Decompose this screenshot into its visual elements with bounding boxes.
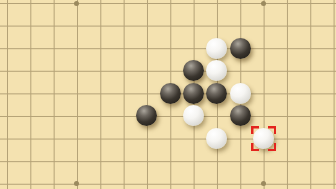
- intersection-e4[interactable]: [89, 172, 112, 189]
- intersection-c5[interactable]: [42, 150, 65, 173]
- intersection-h10[interactable]: [159, 37, 182, 60]
- intersection-o11[interactable]: [322, 14, 336, 37]
- intersection-e6[interactable]: [89, 127, 112, 150]
- intersection-o12[interactable]: [322, 0, 336, 14]
- intersection-j7[interactable]: [205, 105, 228, 128]
- intersection-m7[interactable]: [275, 105, 298, 128]
- intersection-d7[interactable]: [65, 105, 88, 128]
- white-stone-j10: [206, 38, 227, 59]
- intersection-e11[interactable]: [89, 14, 112, 37]
- intersection-b9[interactable]: [19, 59, 42, 82]
- intersection-a6[interactable]: [0, 127, 19, 150]
- intersection-h9[interactable]: [159, 59, 182, 82]
- intersection-k5[interactable]: [229, 150, 252, 173]
- intersection-l6[interactable]: [252, 127, 275, 150]
- intersection-j12[interactable]: [205, 0, 228, 14]
- intersection-j4[interactable]: [205, 172, 228, 189]
- white-stone-j6: [206, 128, 227, 149]
- intersection-l7[interactable]: [252, 105, 275, 128]
- intersection-f11[interactable]: [112, 14, 135, 37]
- black-stone-i9: [183, 60, 204, 81]
- intersection-n5[interactable]: [299, 150, 322, 173]
- intersection-j6[interactable]: [205, 127, 228, 150]
- intersection-d4[interactable]: [65, 172, 88, 189]
- intersection-g10[interactable]: [135, 37, 158, 60]
- board-grid: [0, 0, 336, 189]
- intersection-a12[interactable]: [0, 0, 19, 14]
- intersection-g11[interactable]: [135, 14, 158, 37]
- star-point: [74, 181, 79, 186]
- intersection-e10[interactable]: [89, 37, 112, 60]
- intersection-g6[interactable]: [135, 127, 158, 150]
- white-stone-k8: [230, 83, 251, 104]
- intersection-b8[interactable]: [19, 82, 42, 105]
- intersection-m6[interactable]: [275, 127, 298, 150]
- intersection-i7[interactable]: [182, 105, 205, 128]
- intersection-j10[interactable]: [205, 37, 228, 60]
- intersection-f9[interactable]: [112, 59, 135, 82]
- intersection-k11[interactable]: [229, 14, 252, 37]
- intersection-m12[interactable]: [275, 0, 298, 14]
- intersection-n10[interactable]: [299, 37, 322, 60]
- intersection-f7[interactable]: [112, 105, 135, 128]
- intersection-e9[interactable]: [89, 59, 112, 82]
- intersection-i8[interactable]: [182, 82, 205, 105]
- intersection-c12[interactable]: [42, 0, 65, 14]
- last-move-marker: [251, 126, 276, 151]
- black-stone-k10: [230, 38, 251, 59]
- intersection-b6[interactable]: [19, 127, 42, 150]
- intersection-m9[interactable]: [275, 59, 298, 82]
- intersection-h12[interactable]: [159, 0, 182, 14]
- intersection-b12[interactable]: [19, 0, 42, 14]
- intersection-e5[interactable]: [89, 150, 112, 173]
- intersection-g9[interactable]: [135, 59, 158, 82]
- intersection-g4[interactable]: [135, 172, 158, 189]
- intersection-a4[interactable]: [0, 172, 19, 189]
- white-stone-i7: [183, 105, 204, 126]
- intersection-e7[interactable]: [89, 105, 112, 128]
- intersection-n8[interactable]: [299, 82, 322, 105]
- intersection-f12[interactable]: [112, 0, 135, 14]
- intersection-f8[interactable]: [112, 82, 135, 105]
- intersection-a9[interactable]: [0, 59, 19, 82]
- intersection-m5[interactable]: [275, 150, 298, 173]
- black-stone-g7: [136, 105, 157, 126]
- intersection-d10[interactable]: [65, 37, 88, 60]
- intersection-h7[interactable]: [159, 105, 182, 128]
- intersection-d9[interactable]: [65, 59, 88, 82]
- black-stone-j8: [206, 83, 227, 104]
- intersection-h6[interactable]: [159, 127, 182, 150]
- intersection-a10[interactable]: [0, 37, 19, 60]
- intersection-c6[interactable]: [42, 127, 65, 150]
- intersection-n12[interactable]: [299, 0, 322, 14]
- intersection-c7[interactable]: [42, 105, 65, 128]
- star-point: [74, 1, 79, 6]
- intersection-h5[interactable]: [159, 150, 182, 173]
- intersection-g5[interactable]: [135, 150, 158, 173]
- black-stone-i8: [183, 83, 204, 104]
- intersection-f4[interactable]: [112, 172, 135, 189]
- intersection-h11[interactable]: [159, 14, 182, 37]
- black-stone-h8: [160, 83, 181, 104]
- intersection-c11[interactable]: [42, 14, 65, 37]
- intersection-j8[interactable]: [205, 82, 228, 105]
- intersection-e8[interactable]: [89, 82, 112, 105]
- intersection-n9[interactable]: [299, 59, 322, 82]
- intersection-d12[interactable]: [65, 0, 88, 14]
- intersection-a5[interactable]: [0, 150, 19, 173]
- intersection-j9[interactable]: [205, 59, 228, 82]
- intersection-m4[interactable]: [275, 172, 298, 189]
- star-point: [261, 1, 266, 6]
- intersection-n11[interactable]: [299, 14, 322, 37]
- intersection-l5[interactable]: [252, 150, 275, 173]
- star-point: [261, 181, 266, 186]
- intersection-a8[interactable]: [0, 82, 19, 105]
- intersection-i4[interactable]: [182, 172, 205, 189]
- intersection-e12[interactable]: [89, 0, 112, 14]
- intersection-k8[interactable]: [229, 82, 252, 105]
- intersection-f10[interactable]: [112, 37, 135, 60]
- intersection-c9[interactable]: [42, 59, 65, 82]
- intersection-f6[interactable]: [112, 127, 135, 150]
- intersection-c8[interactable]: [42, 82, 65, 105]
- intersection-k9[interactable]: [229, 59, 252, 82]
- intersection-n7[interactable]: [299, 105, 322, 128]
- gomoku-game-screen: [0, 0, 336, 189]
- intersection-k10[interactable]: [229, 37, 252, 60]
- intersection-c10[interactable]: [42, 37, 65, 60]
- intersection-m8[interactable]: [275, 82, 298, 105]
- intersection-m11[interactable]: [275, 14, 298, 37]
- intersection-o4[interactable]: [322, 172, 336, 189]
- intersection-k7[interactable]: [229, 105, 252, 128]
- intersection-k6[interactable]: [229, 127, 252, 150]
- intersection-d5[interactable]: [65, 150, 88, 173]
- white-stone-j9: [206, 60, 227, 81]
- intersection-k12[interactable]: [229, 0, 252, 14]
- intersection-d8[interactable]: [65, 82, 88, 105]
- intersection-l8[interactable]: [252, 82, 275, 105]
- intersection-b4[interactable]: [19, 172, 42, 189]
- intersection-a11[interactable]: [0, 14, 19, 37]
- intersection-h8[interactable]: [159, 82, 182, 105]
- intersection-i11[interactable]: [182, 14, 205, 37]
- intersection-l12[interactable]: [252, 0, 275, 14]
- intersection-i6[interactable]: [182, 127, 205, 150]
- intersection-c4[interactable]: [42, 172, 65, 189]
- intersection-j11[interactable]: [205, 14, 228, 37]
- intersection-d6[interactable]: [65, 127, 88, 150]
- intersection-l9[interactable]: [252, 59, 275, 82]
- intersection-i10[interactable]: [182, 37, 205, 60]
- intersection-b7[interactable]: [19, 105, 42, 128]
- intersection-f5[interactable]: [112, 150, 135, 173]
- intersection-m10[interactable]: [275, 37, 298, 60]
- intersection-o5[interactable]: [322, 150, 336, 173]
- intersection-b11[interactable]: [19, 14, 42, 37]
- intersection-o8[interactable]: [322, 82, 336, 105]
- intersection-b10[interactable]: [19, 37, 42, 60]
- intersection-a7[interactable]: [0, 105, 19, 128]
- intersection-o6[interactable]: [322, 127, 336, 150]
- intersection-i12[interactable]: [182, 0, 205, 14]
- intersection-i5[interactable]: [182, 150, 205, 173]
- intersection-l11[interactable]: [252, 14, 275, 37]
- intersection-h4[interactable]: [159, 172, 182, 189]
- intersection-j5[interactable]: [205, 150, 228, 173]
- intersection-n6[interactable]: [299, 127, 322, 150]
- intersection-g8[interactable]: [135, 82, 158, 105]
- intersection-o9[interactable]: [322, 59, 336, 82]
- intersection-g7[interactable]: [135, 105, 158, 128]
- intersection-b5[interactable]: [19, 150, 42, 173]
- gomoku-board: [0, 0, 336, 189]
- intersection-l10[interactable]: [252, 37, 275, 60]
- intersection-g12[interactable]: [135, 0, 158, 14]
- intersection-o7[interactable]: [322, 105, 336, 128]
- intersection-k4[interactable]: [229, 172, 252, 189]
- intersection-d11[interactable]: [65, 14, 88, 37]
- black-stone-k7: [230, 105, 251, 126]
- intersection-o10[interactable]: [322, 37, 336, 60]
- intersection-n4[interactable]: [299, 172, 322, 189]
- intersection-l4[interactable]: [252, 172, 275, 189]
- intersection-i9[interactable]: [182, 59, 205, 82]
